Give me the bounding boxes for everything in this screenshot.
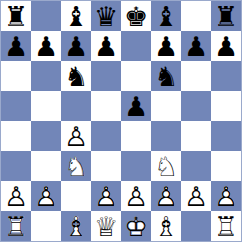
square-b3[interactable] <box>31 151 61 181</box>
piece-glyph: ♟ <box>1 31 31 61</box>
white-bishop-piece: ♝♗ <box>61 211 91 241</box>
square-a4[interactable] <box>1 121 31 151</box>
piece-outline-glyph: ♙ <box>211 181 241 211</box>
piece-glyph: ♜ <box>211 1 241 31</box>
piece-glyph: ♛ <box>91 1 121 31</box>
square-a6[interactable] <box>1 61 31 91</box>
white-king-piece: ♚♔ <box>121 211 151 241</box>
square-a5[interactable] <box>1 91 31 121</box>
black-bishop-piece: ♝ <box>61 1 91 31</box>
square-g3[interactable] <box>181 151 211 181</box>
square-d1[interactable]: ♛♕ <box>91 211 121 241</box>
piece-outline-glyph: ♙ <box>181 181 211 211</box>
square-h2[interactable]: ♟♙ <box>211 181 241 211</box>
piece-outline-glyph: ♙ <box>61 121 91 151</box>
black-knight-piece: ♞ <box>61 61 91 91</box>
square-b7[interactable]: ♟ <box>31 31 61 61</box>
square-g5[interactable] <box>181 91 211 121</box>
square-g6[interactable] <box>181 61 211 91</box>
square-f1[interactable]: ♝♗ <box>151 211 181 241</box>
square-h6[interactable] <box>211 61 241 91</box>
piece-glyph: ♟ <box>211 31 241 61</box>
white-rook-piece: ♜♖ <box>1 211 31 241</box>
piece-outline-glyph: ♘ <box>151 151 181 181</box>
black-queen-piece: ♛ <box>91 1 121 31</box>
piece-outline-glyph: ♙ <box>31 181 61 211</box>
white-pawn-piece: ♟♙ <box>211 181 241 211</box>
black-knight-piece: ♞ <box>151 61 181 91</box>
square-d3[interactable] <box>91 151 121 181</box>
white-pawn-piece: ♟♙ <box>1 181 31 211</box>
square-g4[interactable] <box>181 121 211 151</box>
square-f3[interactable]: ♞♘ <box>151 151 181 181</box>
white-pawn-piece: ♟♙ <box>91 181 121 211</box>
piece-outline-glyph: ♖ <box>1 211 31 241</box>
black-pawn-piece: ♟ <box>61 31 91 61</box>
square-f5[interactable] <box>151 91 181 121</box>
square-b6[interactable] <box>31 61 61 91</box>
black-pawn-piece: ♟ <box>31 31 61 61</box>
square-c6[interactable]: ♞ <box>61 61 91 91</box>
piece-outline-glyph: ♖ <box>211 211 241 241</box>
square-a3[interactable] <box>1 151 31 181</box>
white-knight-piece: ♞♘ <box>151 151 181 181</box>
square-b5[interactable] <box>31 91 61 121</box>
square-b2[interactable]: ♟♙ <box>31 181 61 211</box>
piece-outline-glyph: ♘ <box>61 151 91 181</box>
black-pawn-piece: ♟ <box>1 31 31 61</box>
square-g7[interactable]: ♟ <box>181 31 211 61</box>
square-e1[interactable]: ♚♔ <box>121 211 151 241</box>
square-c7[interactable]: ♟ <box>61 31 91 61</box>
square-d2[interactable]: ♟♙ <box>91 181 121 211</box>
square-h1[interactable]: ♜♖ <box>211 211 241 241</box>
white-pawn-piece: ♟♙ <box>61 121 91 151</box>
piece-outline-glyph: ♗ <box>151 211 181 241</box>
square-f2[interactable]: ♟♙ <box>151 181 181 211</box>
square-e3[interactable] <box>121 151 151 181</box>
black-king-piece: ♚ <box>121 1 151 31</box>
square-f8[interactable]: ♝ <box>151 1 181 31</box>
square-h8[interactable]: ♜ <box>211 1 241 31</box>
square-b4[interactable] <box>31 121 61 151</box>
piece-glyph: ♚ <box>121 1 151 31</box>
square-d4[interactable] <box>91 121 121 151</box>
white-rook-piece: ♜♖ <box>211 211 241 241</box>
square-e8[interactable]: ♚ <box>121 1 151 31</box>
black-bishop-piece: ♝ <box>151 1 181 31</box>
piece-glyph: ♟ <box>181 31 211 61</box>
square-a1[interactable]: ♜♖ <box>1 211 31 241</box>
white-pawn-piece: ♟♙ <box>181 181 211 211</box>
square-c8[interactable]: ♝ <box>61 1 91 31</box>
black-pawn-piece: ♟ <box>121 91 151 121</box>
piece-glyph: ♜ <box>1 1 31 31</box>
white-bishop-piece: ♝♗ <box>151 211 181 241</box>
white-pawn-piece: ♟♙ <box>31 181 61 211</box>
piece-outline-glyph: ♕ <box>91 211 121 241</box>
white-knight-piece: ♞♘ <box>61 151 91 181</box>
piece-glyph: ♞ <box>151 61 181 91</box>
square-h7[interactable]: ♟ <box>211 31 241 61</box>
square-a7[interactable]: ♟ <box>1 31 31 61</box>
square-f4[interactable] <box>151 121 181 151</box>
square-c3[interactable]: ♞♘ <box>61 151 91 181</box>
square-e5[interactable]: ♟ <box>121 91 151 121</box>
square-c5[interactable] <box>61 91 91 121</box>
black-pawn-piece: ♟ <box>211 31 241 61</box>
square-g8[interactable] <box>181 1 211 31</box>
white-queen-piece: ♛♕ <box>91 211 121 241</box>
piece-glyph: ♟ <box>121 91 151 121</box>
piece-glyph: ♟ <box>91 31 121 61</box>
square-d5[interactable] <box>91 91 121 121</box>
square-h4[interactable] <box>211 121 241 151</box>
square-c2[interactable] <box>61 181 91 211</box>
piece-glyph: ♝ <box>61 1 91 31</box>
square-a2[interactable]: ♟♙ <box>1 181 31 211</box>
square-e4[interactable] <box>121 121 151 151</box>
chess-board: ♜♝♛♚♝♜♟♟♟♟♟♟♟♞♞♟♟♙♞♘♞♘♟♙♟♙♟♙♟♙♟♙♟♙♟♙♜♖♝♗… <box>0 0 242 242</box>
black-pawn-piece: ♟ <box>151 31 181 61</box>
square-b1[interactable] <box>31 211 61 241</box>
piece-outline-glyph: ♔ <box>121 211 151 241</box>
square-d6[interactable] <box>91 61 121 91</box>
piece-outline-glyph: ♙ <box>151 181 181 211</box>
piece-outline-glyph: ♙ <box>1 181 31 211</box>
square-f7[interactable]: ♟ <box>151 31 181 61</box>
square-e6[interactable] <box>121 61 151 91</box>
square-f6[interactable]: ♞ <box>151 61 181 91</box>
square-e7[interactable] <box>121 31 151 61</box>
square-g1[interactable] <box>181 211 211 241</box>
square-b8[interactable] <box>31 1 61 31</box>
piece-glyph: ♟ <box>61 31 91 61</box>
white-pawn-piece: ♟♙ <box>121 181 151 211</box>
black-rook-piece: ♜ <box>211 1 241 31</box>
piece-glyph: ♝ <box>151 1 181 31</box>
piece-outline-glyph: ♙ <box>91 181 121 211</box>
square-d8[interactable]: ♛ <box>91 1 121 31</box>
piece-glyph: ♟ <box>151 31 181 61</box>
black-rook-piece: ♜ <box>1 1 31 31</box>
square-a8[interactable]: ♜ <box>1 1 31 31</box>
square-h5[interactable] <box>211 91 241 121</box>
square-h3[interactable] <box>211 151 241 181</box>
piece-outline-glyph: ♙ <box>121 181 151 211</box>
square-e2[interactable]: ♟♙ <box>121 181 151 211</box>
black-pawn-piece: ♟ <box>91 31 121 61</box>
piece-outline-glyph: ♗ <box>61 211 91 241</box>
white-pawn-piece: ♟♙ <box>151 181 181 211</box>
square-g2[interactable]: ♟♙ <box>181 181 211 211</box>
square-d7[interactable]: ♟ <box>91 31 121 61</box>
piece-glyph: ♟ <box>31 31 61 61</box>
square-c1[interactable]: ♝♗ <box>61 211 91 241</box>
black-pawn-piece: ♟ <box>181 31 211 61</box>
square-c4[interactable]: ♟♙ <box>61 121 91 151</box>
piece-glyph: ♞ <box>61 61 91 91</box>
